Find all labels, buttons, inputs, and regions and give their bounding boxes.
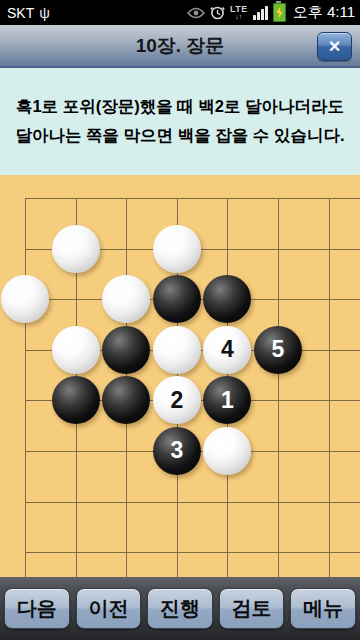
stone-white-2: 2 — [153, 376, 201, 424]
alarm-icon — [210, 5, 225, 20]
instruction-line-1: 흑1로 포위(장문)했을 때 백2로 달아나더라도 — [16, 94, 344, 120]
stone-black — [102, 326, 150, 374]
usb-icon: ψ — [39, 5, 50, 20]
stone-white — [203, 427, 251, 475]
play-button[interactable]: 진행 — [147, 588, 213, 629]
next-button[interactable]: 다음 — [4, 588, 70, 629]
stone-black — [203, 275, 251, 323]
status-bar: SKT ψ LTE ↓↑ 오후 4:11 — [0, 0, 360, 25]
instruction-line-2: 달아나는 쪽을 막으면 백을 잡을 수 있습니다. — [15, 123, 344, 149]
menu-button[interactable]: 메뉴 — [290, 588, 356, 629]
move-number-label: 3 — [170, 439, 183, 462]
move-number-label: 2 — [170, 389, 183, 412]
move-number-label: 1 — [221, 389, 234, 412]
page-title: 10장. 장문 — [136, 33, 225, 59]
stone-white — [102, 275, 150, 323]
lte-icon: LTE ↓↑ — [230, 5, 248, 20]
move-number-label: 4 — [221, 338, 234, 361]
stone-white — [52, 225, 100, 273]
title-bar: 10장. 장문 × — [0, 25, 360, 68]
go-board[interactable]: 45213 — [0, 175, 360, 577]
stone-white — [1, 275, 49, 323]
battery-charging-icon — [273, 3, 286, 22]
instruction-panel: 흑1로 포위(장문)했을 때 백2로 달아나더라도 달아나는 쪽을 막으면 백을… — [0, 68, 360, 175]
close-button[interactable]: × — [317, 32, 352, 61]
carrier-label: SKT — [7, 5, 34, 21]
stone-white — [153, 326, 201, 374]
board-grid: 45213 — [0, 173, 360, 628]
stone-white-4: 4 — [203, 326, 251, 374]
signal-icon — [253, 5, 268, 20]
move-number-label: 5 — [272, 338, 285, 361]
stone-black — [153, 275, 201, 323]
eye-icon — [187, 7, 205, 19]
stone-white — [153, 225, 201, 273]
stone-black — [102, 376, 150, 424]
stone-black — [52, 376, 100, 424]
stone-black-5: 5 — [254, 326, 302, 374]
stone-black-1: 1 — [203, 376, 251, 424]
stone-white — [52, 326, 100, 374]
review-button[interactable]: 검토 — [219, 588, 285, 629]
bottom-toolbar: 다음 이전 진행 검토 메뉴 — [0, 577, 360, 640]
stone-black-3: 3 — [153, 427, 201, 475]
previous-button[interactable]: 이전 — [76, 588, 142, 629]
app-screen: SKT ψ LTE ↓↑ 오후 4:11 — [0, 0, 360, 640]
clock-label: 오후 4:11 — [293, 3, 355, 22]
